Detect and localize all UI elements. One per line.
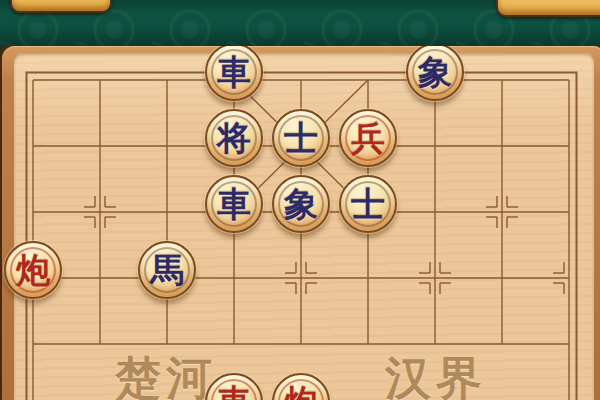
piece-black-chariot[interactable]: 車	[205, 175, 263, 233]
piece-glyph: 車	[207, 45, 261, 99]
piece-red-cannon[interactable]: 炮	[4, 241, 62, 299]
piece-black-chariot[interactable]: 車	[205, 43, 263, 101]
piece-glyph: 炮	[6, 243, 60, 297]
table-felt-header	[0, 0, 600, 46]
piece-glyph: 象	[408, 45, 462, 99]
piece-glyph: 車	[207, 375, 261, 400]
piece-black-advisor[interactable]: 士	[339, 175, 397, 233]
top-right-button[interactable]	[496, 0, 600, 17]
piece-black-elephant[interactable]: 象	[406, 43, 464, 101]
piece-glyph: 士	[274, 111, 328, 165]
piece-red-chariot[interactable]: 車	[205, 373, 263, 400]
xiangqi-game-screen: 楚河 汉界 車象将士兵車象士炮馬車炮	[0, 0, 600, 400]
piece-glyph: 馬	[140, 243, 194, 297]
piece-glyph: 象	[274, 177, 328, 231]
pieces-layer: 車象将士兵車象士炮馬車炮	[0, 0, 600, 400]
piece-glyph: 車	[207, 177, 261, 231]
piece-black-advisor[interactable]: 士	[272, 109, 330, 167]
piece-black-elephant[interactable]: 象	[272, 175, 330, 233]
top-left-button[interactable]	[10, 0, 112, 13]
piece-glyph: 兵	[341, 111, 395, 165]
piece-glyph: 将	[207, 111, 261, 165]
piece-glyph: 士	[341, 177, 395, 231]
piece-glyph: 炮	[274, 375, 328, 400]
piece-red-soldier[interactable]: 兵	[339, 109, 397, 167]
piece-red-cannon[interactable]: 炮	[272, 373, 330, 400]
piece-black-horse[interactable]: 馬	[138, 241, 196, 299]
piece-black-general[interactable]: 将	[205, 109, 263, 167]
